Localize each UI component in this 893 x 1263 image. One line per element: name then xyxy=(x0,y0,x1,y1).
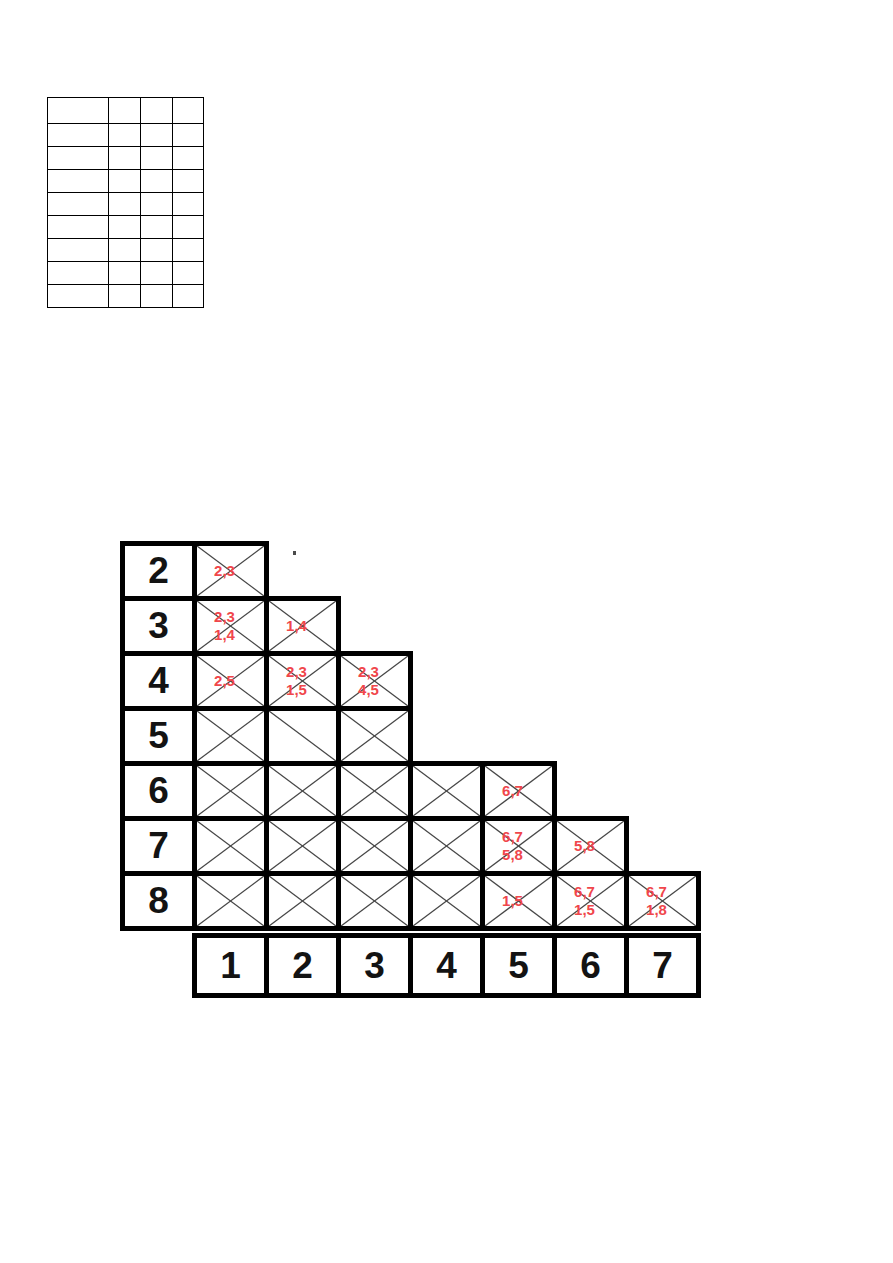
note-line: 1,4 xyxy=(286,617,307,635)
worksheet-cell xyxy=(173,124,204,147)
cross-out-mark xyxy=(341,711,408,761)
worksheet-cell xyxy=(48,239,109,262)
note-line: 5,8 xyxy=(574,837,595,855)
cell-r8c6: 6,71,5 xyxy=(552,871,629,931)
cell-r7c5: 6,75,8 xyxy=(480,816,557,876)
note-line: 1,5 xyxy=(574,901,595,919)
note-line: 1,5 xyxy=(502,892,523,910)
note-line: 4,5 xyxy=(358,681,379,699)
cell-r3c2: 1,4 xyxy=(264,596,341,656)
col-label-6: 6 xyxy=(552,933,629,998)
worksheet-cell xyxy=(173,239,204,262)
worksheet-cell xyxy=(109,147,141,170)
cell-r8c5: 1,5 xyxy=(480,871,557,931)
cell-r5c3 xyxy=(336,706,413,766)
worksheet-cell xyxy=(141,239,173,262)
cell-r6c1 xyxy=(192,761,269,821)
worksheet-cell xyxy=(48,216,109,239)
cell-r4c1: 2,5 xyxy=(192,651,269,711)
note-line: 2,3 xyxy=(286,663,307,681)
worksheet-cell xyxy=(109,285,141,308)
cell-r3c1: 2,31,4 xyxy=(192,596,269,656)
worksheet-cell xyxy=(141,216,173,239)
cross-out-mark xyxy=(197,821,264,871)
col-label-1: 1 xyxy=(192,933,269,998)
worksheet-cell xyxy=(141,262,173,285)
worksheet-cell xyxy=(48,285,109,308)
worksheet-cell xyxy=(141,285,173,308)
worksheet-cell xyxy=(173,262,204,285)
cell-r7c4 xyxy=(408,816,485,876)
note-line: 2,3 xyxy=(214,608,235,626)
worksheet-cell xyxy=(48,124,109,147)
worksheet-cell xyxy=(141,147,173,170)
worksheet-cell xyxy=(173,285,204,308)
cell-r7c1 xyxy=(192,816,269,876)
note-line: 6,7 xyxy=(502,782,523,800)
worksheet-cell xyxy=(48,147,109,170)
cross-out-mark xyxy=(413,766,480,816)
cross-out-mark xyxy=(413,821,480,871)
elimination-notes: 6,71,8 xyxy=(646,883,667,919)
worksheet-cell xyxy=(109,124,141,147)
worksheet-cell xyxy=(173,98,204,124)
cell-r7c3 xyxy=(336,816,413,876)
worksheet-cell xyxy=(109,193,141,216)
row-label-4: 4 xyxy=(120,651,197,711)
elimination-notes: 2,3 xyxy=(214,562,235,580)
cell-r4c3: 2,34,5 xyxy=(336,651,413,711)
worksheet-cell xyxy=(109,262,141,285)
note-line: 6,7 xyxy=(646,883,667,901)
col-label-7: 7 xyxy=(624,933,701,998)
elimination-notes: 2,31,4 xyxy=(214,608,235,644)
cross-out-mark xyxy=(341,821,408,871)
document-page: 22,332,31,41,442,52,31,52,34,5566,776,75… xyxy=(0,0,893,1263)
cross-out-mark xyxy=(197,766,264,816)
note-line: 5,8 xyxy=(502,846,523,864)
worksheet-cell xyxy=(141,124,173,147)
elimination-notes: 6,75,8 xyxy=(502,828,523,864)
elimination-notes: 2,5 xyxy=(214,672,235,690)
note-line: 2,3 xyxy=(358,663,379,681)
cell-r4c2: 2,31,5 xyxy=(264,651,341,711)
elimination-notes: 1,5 xyxy=(502,892,523,910)
worksheet-cell xyxy=(109,239,141,262)
note-line: 6,7 xyxy=(502,828,523,846)
row-label-5: 5 xyxy=(120,706,197,766)
worksheet-cell xyxy=(48,170,109,193)
col-label-5: 5 xyxy=(480,933,557,998)
cell-r7c2 xyxy=(264,816,341,876)
row-label-7: 7 xyxy=(120,816,197,876)
cell-r8c7: 6,71,8 xyxy=(624,871,701,931)
note-line: 6,7 xyxy=(574,883,595,901)
worksheet-cell xyxy=(48,262,109,285)
worksheet-cell xyxy=(48,193,109,216)
elimination-notes: 6,7 xyxy=(502,782,523,800)
worksheet-cell xyxy=(173,170,204,193)
note-line: 2,3 xyxy=(214,562,235,580)
row-label-3: 3 xyxy=(120,596,197,656)
row-label-2: 2 xyxy=(120,541,197,601)
worksheet-cell xyxy=(173,216,204,239)
cell-r6c2 xyxy=(264,761,341,821)
note-line: 1,8 xyxy=(646,901,667,919)
col-label-4: 4 xyxy=(408,933,485,998)
cross-out-mark xyxy=(413,876,480,926)
elimination-notes: 2,31,5 xyxy=(286,663,307,699)
note-line: 1,4 xyxy=(214,626,235,644)
row-label-8: 8 xyxy=(120,871,197,931)
cross-out-mark xyxy=(269,821,336,871)
elimination-notes: 5,8 xyxy=(574,837,595,855)
elimination-notes: 1,4 xyxy=(286,617,307,635)
cell-r8c4 xyxy=(408,871,485,931)
cell-r5c2 xyxy=(264,706,341,766)
worksheet-table xyxy=(47,97,204,308)
cell-r6c5: 6,7 xyxy=(480,761,557,821)
cell-r6c4 xyxy=(408,761,485,821)
note-line: 1,5 xyxy=(286,681,307,699)
worksheet-cell xyxy=(173,193,204,216)
cross-out-mark xyxy=(197,711,264,761)
worksheet-cell xyxy=(48,98,109,124)
cross-out-mark xyxy=(269,876,336,926)
worksheet-cell xyxy=(141,193,173,216)
col-label-2: 2 xyxy=(264,933,341,998)
elimination-notes: 2,34,5 xyxy=(358,663,379,699)
cell-r5c1 xyxy=(192,706,269,766)
elimination-notes: 6,71,5 xyxy=(574,883,595,919)
cell-r2c1: 2,3 xyxy=(192,541,269,601)
row-label-6: 6 xyxy=(120,761,197,821)
worksheet-cell xyxy=(109,98,141,124)
cross-out-mark xyxy=(341,876,408,926)
cell-r8c2 xyxy=(264,871,341,931)
worksheet-cell xyxy=(141,170,173,193)
worksheet-cell xyxy=(109,216,141,239)
stray-dot xyxy=(293,551,296,555)
cell-r6c3 xyxy=(336,761,413,821)
note-line: 2,5 xyxy=(214,672,235,690)
col-label-3: 3 xyxy=(336,933,413,998)
cell-r8c3 xyxy=(336,871,413,931)
cell-r8c1 xyxy=(192,871,269,931)
worksheet-cell xyxy=(109,170,141,193)
cell-r7c6: 5,8 xyxy=(552,816,629,876)
worksheet-cell xyxy=(141,98,173,124)
cross-out-mark xyxy=(197,876,264,926)
cross-out-mark xyxy=(269,766,336,816)
half-cross-mark xyxy=(269,711,336,761)
cross-out-mark xyxy=(341,766,408,816)
puzzle-grid: 22,332,31,41,442,52,31,52,34,5566,776,75… xyxy=(120,541,720,1011)
worksheet-cell xyxy=(173,147,204,170)
